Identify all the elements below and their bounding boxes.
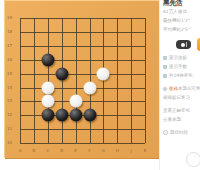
option-show-move-numbers[interactable]: 显示手数 [163,62,200,71]
row-label: 11 [7,127,17,131]
white-stone [41,95,54,108]
grid-hline [20,129,145,130]
problem-title: 黑先活 [163,0,200,7]
column-label: J [128,149,134,153]
option-show-coordinates[interactable]: 显示坐标 [163,53,200,62]
grid-hline [20,18,145,19]
problem-sidebar: 黑先活 61万人做过 最快用时1'2" 平均用时2'5" 答案 显示坐标 显示手… [159,0,200,170]
checkbox-icon [163,65,167,69]
white-stone [83,81,96,94]
report-error-link[interactable]: i 题目纠错 [163,128,200,137]
row-label: 13 [7,99,17,103]
row-label: 19 [7,16,17,20]
column-label: K [142,149,148,153]
white-stone [97,67,110,80]
favorite-note: 根据标记复习 [163,93,200,102]
favorite-link[interactable]: 收藏本题后可复习 [163,84,200,93]
row-label: 17 [7,44,17,48]
diamond-icon [162,86,168,92]
column-label: H [114,149,120,153]
go-board[interactable]: 19181716151413121110ABCDEFGHJK [4,0,159,158]
column-label: A [17,149,23,153]
column-label: F [87,149,93,153]
row-label: 16 [7,58,17,62]
link-correct-variations[interactable]: 查看正解变化 [163,106,200,115]
stat-solved-count: 61万人做过 [163,7,200,16]
grid-hline [20,74,145,75]
grid-vline [145,18,146,143]
row-label: 10 [7,141,17,145]
row-label: 18 [7,30,17,34]
black-stone [41,109,54,122]
stat-average-time: 平均用时2'5" [163,25,200,34]
grid-hline [20,60,145,61]
grid-hline [20,143,145,144]
black-stone [69,109,82,122]
stone-color-toggle-button[interactable] [176,40,191,49]
grid-vline [117,18,118,143]
grid-vline [103,18,104,143]
column-label: G [100,149,106,153]
checkbox-icon [163,56,167,60]
grid-hline [20,32,145,33]
stat-fastest-time: 最快用时1'2" [163,16,200,25]
answer-button[interactable]: 答案 [197,38,200,51]
black-stone [83,109,96,122]
link-share-problem[interactable]: 分享本题 [163,115,200,124]
grid-vline [20,18,21,143]
grid-vline [34,18,35,143]
column-label: B [31,149,37,153]
list-icon [163,74,167,78]
column-label: D [59,149,65,153]
grid-vline [62,18,63,143]
row-label: 12 [7,113,17,117]
grid-hline [20,101,145,102]
black-stone [55,109,68,122]
white-stone [41,81,54,94]
grid-hline [20,46,145,47]
white-stone-icon [181,43,185,47]
white-stone [69,95,82,108]
search-icon[interactable] [186,152,200,167]
grid-vline [76,18,77,143]
black-stone [41,53,54,66]
column-label: C [45,149,51,153]
black-stone [55,67,68,80]
column-label: E [73,149,79,153]
row-label: 15 [7,72,17,76]
row-label: 14 [7,86,17,90]
info-icon: i [163,130,168,135]
divider-icon [186,42,187,47]
option-variations-count: 共19种变化 [163,71,200,80]
grid-vline [131,18,132,143]
